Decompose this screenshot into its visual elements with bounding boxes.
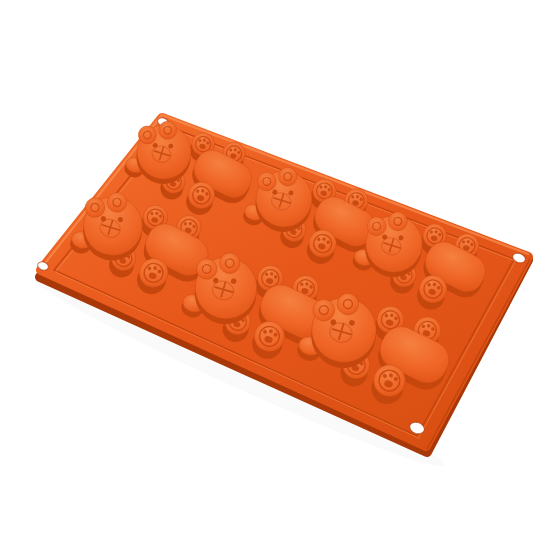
mold-illustration <box>0 0 550 550</box>
product-photo <box>0 0 550 550</box>
